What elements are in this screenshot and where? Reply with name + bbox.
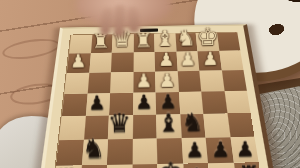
square[interactable] (219, 51, 244, 71)
chess-piece-black[interactable]: ♜ (238, 162, 260, 168)
square[interactable] (107, 139, 133, 165)
chess-piece-white[interactable]: ♟ (69, 52, 86, 71)
square[interactable] (201, 91, 227, 114)
board-grid: ♜♛♜♝♞♚♟♟♟♟♟♟♟♟♟♛♝♞♞♟♟♟♜♟♚♟♜ (48, 32, 266, 168)
square[interactable] (105, 164, 132, 168)
square[interactable] (89, 53, 112, 73)
square[interactable] (224, 91, 250, 114)
chess-piece-black[interactable]: ♞ (182, 110, 205, 135)
square[interactable]: ♟ (85, 93, 110, 116)
chess-piece-black[interactable]: ♜ (55, 166, 77, 168)
square[interactable] (110, 72, 133, 93)
square[interactable]: ♟ (206, 137, 234, 163)
chess-piece-white[interactable]: ♜ (135, 30, 153, 50)
chess-piece-black[interactable]: ♟ (211, 139, 230, 160)
square[interactable] (62, 94, 87, 117)
square[interactable]: ♛ (108, 115, 133, 139)
square[interactable] (203, 113, 230, 137)
chess-piece-white[interactable]: ♟ (202, 50, 219, 69)
square[interactable] (227, 113, 254, 137)
square[interactable] (64, 73, 88, 94)
square[interactable]: ♝ (156, 114, 181, 138)
player-finger (127, 7, 140, 34)
chess-piece-black[interactable]: ♟ (88, 94, 106, 114)
square[interactable] (199, 70, 224, 91)
square[interactable]: ♚ (157, 164, 184, 168)
square[interactable]: ♟ (197, 51, 221, 71)
square[interactable]: ♟ (67, 53, 91, 73)
chess-board: ♜♛♜♝♞♚♟♟♟♟♟♟♟♟♟♛♝♞♞♟♟♟♜♟♚♟♜ (33, 24, 274, 168)
square[interactable] (132, 139, 157, 165)
square[interactable]: ♟ (183, 163, 211, 168)
square[interactable] (221, 70, 247, 91)
square[interactable]: ♜ (233, 162, 263, 168)
chess-piece-black[interactable]: ♟ (187, 166, 207, 168)
square[interactable]: ♜ (90, 34, 112, 53)
chess-piece-white[interactable]: ♚ (197, 25, 219, 49)
square[interactable]: ♞ (81, 139, 107, 165)
square[interactable] (216, 32, 240, 51)
chess-piece-white[interactable]: ♟ (158, 71, 175, 90)
square[interactable]: ♟ (181, 138, 208, 164)
chess-piece-white[interactable]: ♟ (180, 50, 197, 69)
chess-photo-scene: ♜♛♜♝♞♚♟♟♟♟♟♟♟♟♟♛♝♞♞♟♟♟♜♟♚♟♜ (0, 0, 300, 168)
player-finger (113, 5, 126, 38)
square[interactable] (111, 52, 133, 72)
square[interactable] (132, 164, 158, 168)
chess-piece-black[interactable]: ♝ (157, 110, 180, 135)
square[interactable]: ♞ (180, 114, 206, 138)
square[interactable]: ♟ (133, 92, 157, 115)
chess-piece-white[interactable]: ♞ (176, 27, 196, 49)
chess-piece-black[interactable]: ♛ (108, 110, 132, 137)
square[interactable]: ♜ (133, 34, 154, 53)
square[interactable]: ♛ (112, 34, 134, 53)
chess-piece-black[interactable]: ♟ (135, 93, 153, 113)
chess-piece-white[interactable]: ♟ (135, 71, 152, 90)
square[interactable]: ♟ (79, 165, 107, 168)
chess-piece-white[interactable]: ♟ (158, 51, 175, 70)
chess-piece-black[interactable]: ♟ (185, 139, 204, 160)
chess-piece-black[interactable]: ♞ (82, 136, 106, 162)
chess-piece-black[interactable]: ♚ (157, 159, 184, 168)
wood-grain-swirl (1, 36, 61, 63)
chess-piece-white[interactable]: ♝ (155, 28, 175, 50)
square[interactable] (132, 115, 156, 139)
square[interactable] (177, 71, 201, 92)
chess-piece-black[interactable]: ♟ (236, 138, 255, 159)
square[interactable] (56, 140, 83, 166)
square[interactable]: ♟ (176, 51, 199, 71)
board-frame: ♜♛♜♝♞♚♟♟♟♟♟♟♟♟♟♛♝♞♞♟♟♟♜♟♚♟♜ (32, 24, 284, 168)
square[interactable]: ♜ (53, 165, 81, 168)
square[interactable]: ♟ (230, 137, 259, 163)
